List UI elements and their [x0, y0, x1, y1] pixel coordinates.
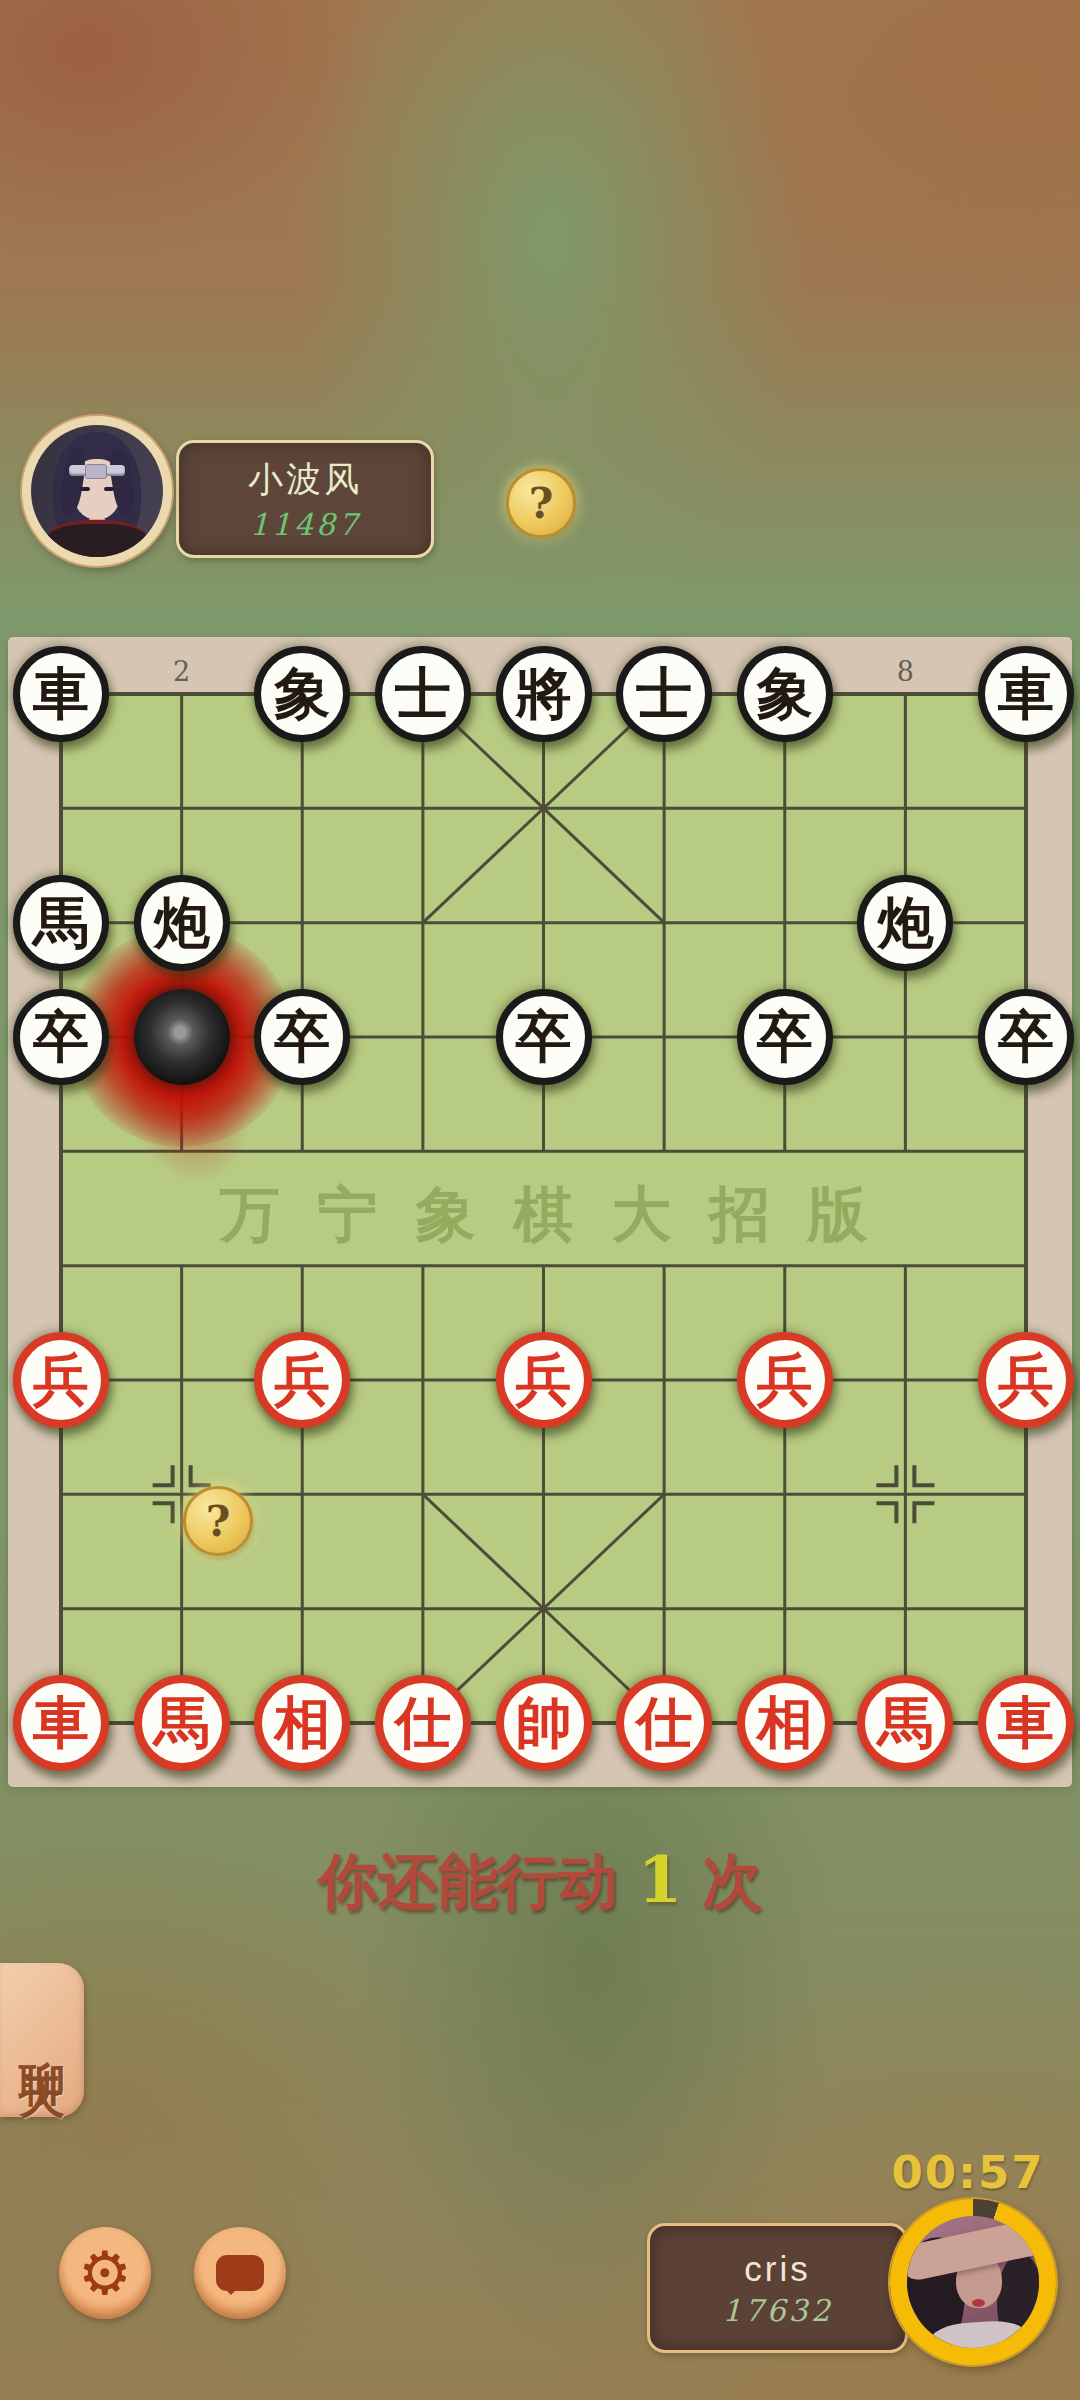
opponent-score: 11487	[250, 507, 360, 542]
piece-black-士[interactable]: 士	[375, 646, 471, 742]
chat-bubble-button[interactable]	[194, 2227, 286, 2319]
avatar-art-eye-right	[104, 487, 115, 491]
piece-black-卒[interactable]: 卒	[978, 989, 1074, 1085]
piece-black-象[interactable]: 象	[254, 646, 350, 742]
piece-black-車[interactable]: 車	[13, 646, 109, 742]
chat-tab-button[interactable]: 聊天	[0, 1963, 84, 2117]
player-nameplate: cris 17632	[647, 2223, 908, 2353]
opponent-avatar[interactable]	[22, 416, 172, 566]
avatar-art-cloak	[47, 520, 147, 557]
avatar-art-eye-left	[80, 487, 91, 491]
piece-red-兵[interactable]: 兵	[496, 1332, 592, 1428]
piece-red-車[interactable]: 車	[978, 1675, 1074, 1771]
piece-black-卒[interactable]: 卒	[737, 989, 833, 1085]
opponent-nameplate: 小波风 11487	[176, 440, 434, 558]
moves-remaining-prefix: 你还能行动	[318, 1846, 618, 1916]
moves-remaining-text: 你还能行动1次	[0, 1842, 1080, 1923]
chat-bubble-icon	[216, 2255, 264, 2291]
piece-black-卒[interactable]: 卒	[13, 989, 109, 1085]
board-question-coin[interactable]: ?	[183, 1486, 253, 1556]
piece-black-象[interactable]: 象	[737, 646, 833, 742]
bomb-hole	[134, 989, 230, 1085]
piece-red-仕[interactable]: 仕	[375, 1675, 471, 1771]
question-icon: ?	[206, 1497, 231, 1546]
settings-button[interactable]: ⚙	[59, 2227, 151, 2319]
piece-black-炮[interactable]: 炮	[134, 875, 230, 971]
game-screen: 小波风 11487 ? 万宁象棋大招版 28 車象士將士象車	[0, 0, 1080, 2400]
question-icon: ?	[529, 479, 554, 528]
file-label-2: 2	[173, 656, 190, 687]
piece-red-兵[interactable]: 兵	[13, 1332, 109, 1428]
piece-red-兵[interactable]: 兵	[254, 1332, 350, 1428]
piece-black-炮[interactable]: 炮	[857, 875, 953, 971]
piece-black-卒[interactable]: 卒	[496, 989, 592, 1085]
piece-red-相[interactable]: 相	[737, 1675, 833, 1771]
piece-black-士[interactable]: 士	[616, 646, 712, 742]
piece-black-馬[interactable]: 馬	[13, 875, 109, 971]
piece-red-兵[interactable]: 兵	[978, 1332, 1074, 1428]
avatar-art-lips	[972, 2299, 985, 2307]
moves-remaining-suffix: 次	[702, 1846, 762, 1916]
opponent-name: 小波风	[248, 456, 362, 503]
piece-red-相[interactable]: 相	[254, 1675, 350, 1771]
player-avatar[interactable]	[890, 2199, 1056, 2365]
avatar-art-headband-plate	[85, 464, 107, 479]
piece-red-仕[interactable]: 仕	[616, 1675, 712, 1771]
file-label-8: 8	[897, 656, 914, 687]
xiangqi-board[interactable]: 万宁象棋大招版 28 車象士將士象車馬炮炮卒卒卒卒卒兵兵兵兵兵車馬相仕帥仕相馬車…	[8, 637, 1072, 1787]
piece-red-車[interactable]: 車	[13, 1675, 109, 1771]
gear-icon: ⚙	[78, 2238, 132, 2308]
piece-red-兵[interactable]: 兵	[737, 1332, 833, 1428]
turn-timer: 00:57	[852, 2146, 1080, 2199]
piece-red-馬[interactable]: 馬	[134, 1675, 230, 1771]
piece-black-卒[interactable]: 卒	[254, 989, 350, 1085]
piece-red-馬[interactable]: 馬	[857, 1675, 953, 1771]
opponent-avatar-photo	[31, 425, 163, 557]
piece-red-帥[interactable]: 帥	[496, 1675, 592, 1771]
piece-black-將[interactable]: 將	[496, 646, 592, 742]
player-name: cris	[744, 2249, 810, 2289]
moves-remaining-count: 1	[638, 1842, 683, 1917]
player-score: 17632	[722, 2293, 832, 2328]
piece-black-車[interactable]: 車	[978, 646, 1074, 742]
help-question-coin-button[interactable]: ?	[506, 468, 576, 538]
player-avatar-photo	[907, 2216, 1039, 2348]
